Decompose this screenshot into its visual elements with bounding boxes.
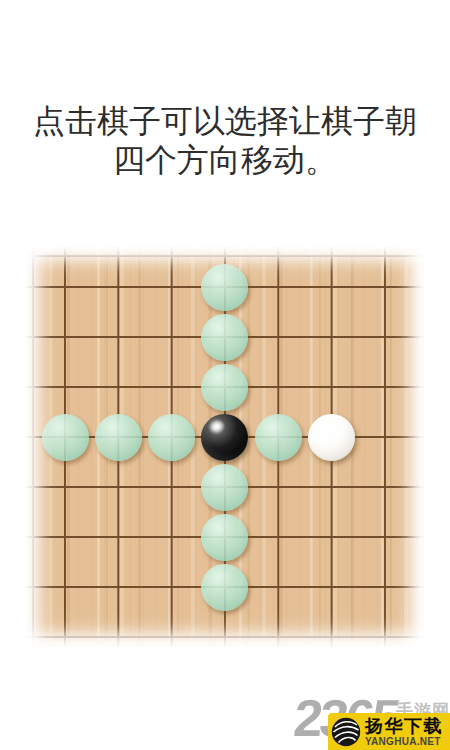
green-stone[interactable] <box>148 414 195 461</box>
badge-texts: 扬华下载 YANGHUA.NET <box>365 717 443 747</box>
green-stone[interactable] <box>255 414 302 461</box>
badge-title: 扬华下载 <box>365 717 443 735</box>
white-stone[interactable] <box>308 414 355 461</box>
tutorial-line-1: 点击棋子可以选择让棋子朝 <box>0 102 450 141</box>
green-stone[interactable] <box>42 414 89 461</box>
green-stone[interactable] <box>201 314 248 361</box>
green-stone[interactable] <box>201 514 248 561</box>
yanghua-watermark-badge: 扬华下载 YANGHUA.NET <box>328 713 450 750</box>
green-stone[interactable] <box>201 464 248 511</box>
tutorial-text: 点击棋子可以选择让棋子朝 四个方向移动。 <box>0 102 450 180</box>
page: 点击棋子可以选择让棋子朝 四个方向移动。 2365 手游网 扬华下载 YANGH… <box>0 0 450 750</box>
stones-layer <box>26 247 424 647</box>
green-stone[interactable] <box>201 264 248 311</box>
black-stone[interactable] <box>201 414 248 461</box>
green-stone[interactable] <box>95 414 142 461</box>
yanghua-swirl-logo-icon <box>331 717 361 747</box>
badge-subtitle: YANGHUA.NET <box>365 736 443 747</box>
green-stone[interactable] <box>201 364 248 411</box>
green-stone[interactable] <box>201 564 248 611</box>
tutorial-line-2: 四个方向移动。 <box>0 141 450 180</box>
game-board <box>26 247 424 647</box>
